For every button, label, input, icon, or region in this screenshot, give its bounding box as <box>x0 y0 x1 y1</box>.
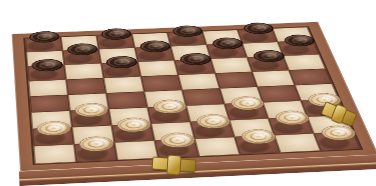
light-piece[interactable]: ⛀ <box>195 114 232 130</box>
light-man-glyph: ⛀ <box>75 103 108 117</box>
square-f7[interactable]: ⛂ <box>206 43 247 58</box>
light-man-glyph: ⛀ <box>320 125 357 140</box>
square-a1[interactable] <box>34 144 77 164</box>
dark-man-glyph: ⛂ <box>283 35 316 47</box>
light-piece[interactable]: ⛀ <box>116 117 152 133</box>
dark-piece[interactable]: ⛂ <box>179 52 213 65</box>
square-a4[interactable] <box>30 95 70 113</box>
dark-piece[interactable]: ⛂ <box>66 43 99 56</box>
product-photo: ⛂⛂⛂⛂⛂⛂⛂⛂⛂⛂⛂⛂⛀⛀⛀⛀⛀⛀⛀⛀⛀⛀⛀⛀ <box>0 0 376 186</box>
square-b7[interactable]: ⛂ <box>63 49 102 65</box>
dark-man-glyph: ⛂ <box>212 37 244 49</box>
dark-man-glyph: ⛂ <box>32 59 63 72</box>
square-g1[interactable] <box>274 133 320 152</box>
dark-piece[interactable]: ⛂ <box>139 40 172 53</box>
square-c8[interactable]: ⛂ <box>96 34 134 49</box>
light-piece[interactable]: ⛀ <box>273 110 311 125</box>
square-e6[interactable]: ⛂ <box>174 59 215 75</box>
square-b1[interactable]: ⛀ <box>74 142 117 162</box>
square-h5[interactable] <box>289 69 332 85</box>
checkers-board: ⛂⛂⛂⛂⛂⛂⛂⛂⛂⛂⛂⛂⛀⛀⛀⛀⛀⛀⛀⛀⛀⛀⛀⛀ <box>12 22 376 172</box>
square-b3[interactable]: ⛀ <box>70 109 112 127</box>
dark-piece[interactable]: ⛂ <box>171 25 204 38</box>
light-man-glyph: ⛀ <box>274 111 310 125</box>
dark-man-glyph: ⛂ <box>140 40 171 52</box>
square-e4[interactable] <box>182 88 224 105</box>
square-c2[interactable]: ⛀ <box>112 124 155 143</box>
dark-man-glyph: ⛂ <box>180 53 212 66</box>
light-piece[interactable]: ⛀ <box>36 120 71 136</box>
square-a5[interactable] <box>28 80 67 97</box>
square-b5[interactable] <box>66 78 106 95</box>
square-a8[interactable]: ⛂ <box>25 37 62 52</box>
board-squares: ⛂⛂⛂⛂⛂⛂⛂⛂⛂⛂⛂⛂⛀⛀⛀⛀⛀⛀⛀⛀⛀⛀⛀⛀ <box>25 27 361 164</box>
dark-man-glyph: ⛂ <box>101 28 131 40</box>
square-f1[interactable]: ⛀ <box>234 135 280 154</box>
square-e1[interactable] <box>195 137 240 156</box>
scene: ⛂⛂⛂⛂⛂⛂⛂⛂⛂⛂⛂⛂⛀⛀⛀⛀⛀⛀⛀⛀⛀⛀⛀⛀ <box>0 0 376 186</box>
light-piece[interactable]: ⛀ <box>319 125 359 141</box>
dark-man-glyph: ⛂ <box>243 23 275 35</box>
light-piece[interactable]: ⛀ <box>239 128 278 144</box>
light-piece[interactable]: ⛀ <box>78 136 115 152</box>
dark-piece[interactable]: ⛂ <box>29 31 61 44</box>
square-d7[interactable]: ⛂ <box>135 46 175 62</box>
square-g2[interactable]: ⛀ <box>268 117 313 135</box>
light-man-glyph: ⛀ <box>196 114 231 129</box>
square-d5[interactable] <box>141 75 182 92</box>
light-man-glyph: ⛀ <box>160 133 195 148</box>
dark-man-glyph: ⛂ <box>67 43 98 55</box>
light-man-glyph: ⛀ <box>37 121 70 136</box>
dark-man-glyph: ⛂ <box>253 50 286 63</box>
dark-man-glyph: ⛂ <box>172 25 203 37</box>
square-e5[interactable] <box>178 73 220 90</box>
square-d3[interactable]: ⛀ <box>147 106 190 124</box>
square-f5[interactable] <box>215 72 257 89</box>
square-g4[interactable] <box>257 85 301 102</box>
dark-piece[interactable]: ⛂ <box>105 55 139 69</box>
light-piece[interactable]: ⛀ <box>159 132 197 148</box>
light-man-glyph: ⛀ <box>117 117 151 132</box>
dark-piece[interactable]: ⛂ <box>100 28 132 41</box>
dark-man-glyph: ⛂ <box>30 31 60 43</box>
dark-piece[interactable]: ⛂ <box>251 49 286 62</box>
light-piece[interactable]: ⛀ <box>152 99 188 114</box>
light-man-glyph: ⛀ <box>241 129 277 144</box>
square-h6[interactable] <box>283 54 325 70</box>
light-man-glyph: ⛀ <box>153 100 187 114</box>
square-e2[interactable]: ⛀ <box>190 120 234 139</box>
square-c5[interactable] <box>104 76 145 93</box>
dark-man-glyph: ⛂ <box>106 56 138 69</box>
square-e8[interactable]: ⛂ <box>167 31 206 46</box>
dark-piece[interactable]: ⛂ <box>242 22 276 34</box>
square-f3[interactable]: ⛀ <box>224 102 268 120</box>
dark-piece[interactable]: ⛂ <box>211 37 245 50</box>
square-g5[interactable] <box>252 70 295 87</box>
square-f6[interactable] <box>211 57 252 73</box>
light-piece[interactable]: ⛀ <box>229 96 266 111</box>
square-b6[interactable] <box>64 63 103 79</box>
square-c6[interactable]: ⛂ <box>101 62 141 78</box>
square-a2[interactable]: ⛀ <box>32 127 74 146</box>
light-man-glyph: ⛀ <box>79 136 113 151</box>
square-g6[interactable]: ⛂ <box>247 56 289 72</box>
dark-piece[interactable]: ⛂ <box>282 34 317 47</box>
square-d6[interactable] <box>138 60 178 76</box>
light-piece[interactable]: ⛀ <box>74 102 109 117</box>
dark-piece[interactable]: ⛂ <box>31 58 64 72</box>
light-man-glyph: ⛀ <box>230 96 265 110</box>
square-c4[interactable] <box>106 92 147 109</box>
square-a6[interactable]: ⛂ <box>27 65 66 81</box>
square-h1[interactable]: ⛀ <box>314 132 361 151</box>
